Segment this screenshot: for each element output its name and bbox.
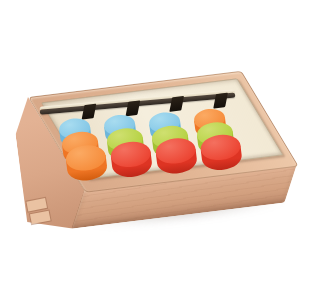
disc-red[interactable] bbox=[154, 136, 198, 176]
disc-red[interactable] bbox=[199, 133, 243, 173]
disc-red[interactable] bbox=[109, 139, 153, 179]
disc-orange[interactable] bbox=[64, 143, 108, 183]
